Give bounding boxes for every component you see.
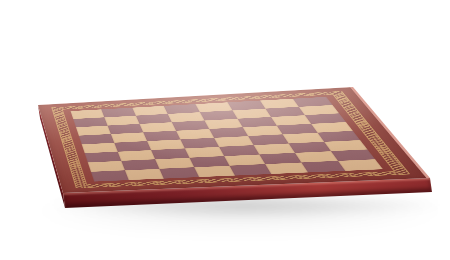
gold-tooling-border: [51, 91, 410, 188]
photo-canvas: [0, 0, 450, 260]
chessboard: [38, 87, 430, 193]
square-b1: [125, 169, 164, 180]
square-d1: [194, 166, 235, 177]
square-c1: [159, 167, 199, 178]
square-h1: [338, 159, 383, 171]
square-a1: [91, 170, 129, 181]
board-inner-rim: [62, 94, 395, 184]
square-e1: [229, 164, 271, 175]
board-grid: [71, 97, 383, 182]
